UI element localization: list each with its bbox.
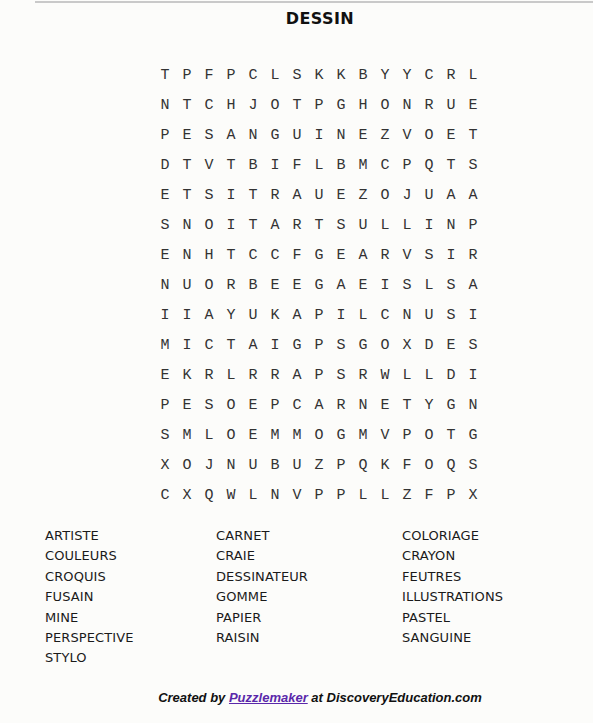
grid-cell-r10c4: T xyxy=(220,330,242,360)
grid-cell-r10c12: X xyxy=(396,330,418,360)
word-list-item: PERSPECTIVE xyxy=(45,628,133,648)
footer-suffix: at DiscoveryEducation.com xyxy=(308,690,482,705)
top-rule xyxy=(35,1,593,3)
grid-cell-r13c7: M xyxy=(286,420,308,450)
grid-cell-r7c4: T xyxy=(220,240,242,270)
grid-cell-r8c14: S xyxy=(440,270,462,300)
grid-cell-r1c1: T xyxy=(154,60,176,90)
grid-cell-r4c8: L xyxy=(308,150,330,180)
grid-cell-r4c5: B xyxy=(242,150,264,180)
grid-cell-r5c12: J xyxy=(396,180,418,210)
grid-cell-r1c14: R xyxy=(440,60,462,90)
grid-cell-r14c4: N xyxy=(220,450,242,480)
grid-cell-r7c15: R xyxy=(462,240,484,270)
grid-cell-r15c13: F xyxy=(418,480,440,510)
grid-cell-r10c1: M xyxy=(154,330,176,360)
grid-cell-r14c15: S xyxy=(462,450,484,480)
grid-cell-r8c7: E xyxy=(286,270,308,300)
grid-cell-r8c11: I xyxy=(374,270,396,300)
grid-cell-r10c11: O xyxy=(374,330,396,360)
grid-cell-r8c10: E xyxy=(352,270,374,300)
grid-cell-r14c6: B xyxy=(264,450,286,480)
word-list-item: COULEURS xyxy=(45,546,133,566)
grid-cell-r4c2: T xyxy=(176,150,198,180)
grid-cell-r3c7: U xyxy=(286,120,308,150)
grid-cell-r15c14: P xyxy=(440,480,462,510)
grid-cell-r11c13: L xyxy=(418,360,440,390)
grid-cell-r5c6: R xyxy=(264,180,286,210)
grid-cell-r1c13: C xyxy=(418,60,440,90)
grid-cell-r11c1: E xyxy=(154,360,176,390)
grid-cell-r5c8: U xyxy=(308,180,330,210)
word-list-item: ARTISTE xyxy=(45,526,133,546)
grid-cell-r5c15: A xyxy=(462,180,484,210)
grid-cell-r2c11: O xyxy=(374,90,396,120)
grid-cell-r13c14: T xyxy=(440,420,462,450)
grid-cell-r9c8: P xyxy=(308,300,330,330)
grid-cell-r14c10: Q xyxy=(352,450,374,480)
grid-cell-r4c14: T xyxy=(440,150,462,180)
grid-cell-r12c2: E xyxy=(176,390,198,420)
grid-cell-r8c2: U xyxy=(176,270,198,300)
grid-cell-r9c1: I xyxy=(154,300,176,330)
grid-cell-r5c9: E xyxy=(330,180,352,210)
grid-cell-r5c14: A xyxy=(440,180,462,210)
grid-cell-r11c14: D xyxy=(440,360,462,390)
grid-cell-r12c6: P xyxy=(264,390,286,420)
grid-cell-r9c12: N xyxy=(396,300,418,330)
grid-cell-r5c4: I xyxy=(220,180,242,210)
grid-cell-r15c15: X xyxy=(462,480,484,510)
word-list-item: FEUTRES xyxy=(402,567,503,587)
grid-cell-r14c11: K xyxy=(374,450,396,480)
grid-cell-r4c7: F xyxy=(286,150,308,180)
grid-cell-r13c9: G xyxy=(330,420,352,450)
puzzlemaker-link[interactable]: Puzzlemaker xyxy=(229,690,308,705)
grid-cell-r2c9: G xyxy=(330,90,352,120)
word-list-item: GOMME xyxy=(216,587,308,607)
grid-cell-r2c7: T xyxy=(286,90,308,120)
grid-cell-r1c3: F xyxy=(198,60,220,90)
grid-cell-r7c8: G xyxy=(308,240,330,270)
grid-cell-r8c12: S xyxy=(396,270,418,300)
grid-cell-r2c6: O xyxy=(264,90,286,120)
grid-cell-r10c14: E xyxy=(440,330,462,360)
grid-cell-r14c12: F xyxy=(396,450,418,480)
grid-cell-r13c5: E xyxy=(242,420,264,450)
grid-cell-r1c5: C xyxy=(242,60,264,90)
grid-cell-r12c5: E xyxy=(242,390,264,420)
grid-cell-r3c1: P xyxy=(154,120,176,150)
grid-cell-r5c7: A xyxy=(286,180,308,210)
grid-cell-r8c5: B xyxy=(242,270,264,300)
grid-cell-r5c5: T xyxy=(242,180,264,210)
grid-cell-r11c7: A xyxy=(286,360,308,390)
grid-cell-r1c7: S xyxy=(286,60,308,90)
grid-cell-r2c14: U xyxy=(440,90,462,120)
grid-cell-r14c2: O xyxy=(176,450,198,480)
grid-cell-r3c3: S xyxy=(198,120,220,150)
grid-cell-r4c11: C xyxy=(374,150,396,180)
grid-cell-r6c6: A xyxy=(264,210,286,240)
grid-cell-r6c3: O xyxy=(198,210,220,240)
grid-cell-r11c2: K xyxy=(176,360,198,390)
grid-cell-r4c3: V xyxy=(198,150,220,180)
grid-cell-r1c6: L xyxy=(264,60,286,90)
grid-cell-r7c7: F xyxy=(286,240,308,270)
word-list-item: CARNET xyxy=(216,526,308,546)
grid-cell-r13c13: O xyxy=(418,420,440,450)
grid-cell-r9c3: A xyxy=(198,300,220,330)
grid-cell-r6c9: S xyxy=(330,210,352,240)
grid-cell-r2c10: H xyxy=(352,90,374,120)
grid-cell-r11c3: R xyxy=(198,360,220,390)
grid-cell-r5c1: E xyxy=(154,180,176,210)
grid-cell-r13c2: M xyxy=(176,420,198,450)
grid-cell-r11c10: R xyxy=(352,360,374,390)
grid-cell-r4c6: I xyxy=(264,150,286,180)
grid-cell-r3c10: E xyxy=(352,120,374,150)
grid-cell-r11c12: L xyxy=(396,360,418,390)
grid-cell-r4c13: Q xyxy=(418,150,440,180)
grid-cell-r3c2: E xyxy=(176,120,198,150)
grid-cell-r1c11: Y xyxy=(374,60,396,90)
grid-cell-r12c11: E xyxy=(374,390,396,420)
grid-cell-r14c3: J xyxy=(198,450,220,480)
grid-cell-r14c14: Q xyxy=(440,450,462,480)
grid-cell-r9c13: U xyxy=(418,300,440,330)
grid-cell-r3c11: Z xyxy=(374,120,396,150)
grid-cell-r9c4: Y xyxy=(220,300,242,330)
grid-cell-r13c3: L xyxy=(198,420,220,450)
grid-cell-r11c8: P xyxy=(308,360,330,390)
word-list-column-2: CARNETCRAIEDESSINATEURGOMMEPAPIERRAISIN xyxy=(216,526,308,648)
grid-cell-r4c9: B xyxy=(330,150,352,180)
grid-cell-r10c9: S xyxy=(330,330,352,360)
grid-cell-r15c2: X xyxy=(176,480,198,510)
grid-cell-r2c12: N xyxy=(396,90,418,120)
grid-cell-r9c2: I xyxy=(176,300,198,330)
grid-cell-r3c13: O xyxy=(418,120,440,150)
grid-cell-r7c3: H xyxy=(198,240,220,270)
grid-cell-r3c5: N xyxy=(242,120,264,150)
grid-cell-r13c12: P xyxy=(396,420,418,450)
grid-cell-r7c9: E xyxy=(330,240,352,270)
grid-cell-r5c2: T xyxy=(176,180,198,210)
grid-cell-r13c4: O xyxy=(220,420,242,450)
word-list-item: PASTEL xyxy=(402,608,503,628)
grid-cell-r9c6: K xyxy=(264,300,286,330)
grid-cell-r8c8: G xyxy=(308,270,330,300)
word-list-item: CRAIE xyxy=(216,546,308,566)
grid-cell-r6c1: S xyxy=(154,210,176,240)
grid-cell-r14c7: U xyxy=(286,450,308,480)
footer-credit: Created by Puzzlemaker at DiscoveryEduca… xyxy=(47,690,593,706)
grid-cell-r8c13: L xyxy=(418,270,440,300)
grid-cell-r7c11: R xyxy=(374,240,396,270)
grid-cell-r7c1: E xyxy=(154,240,176,270)
grid-cell-r7c13: S xyxy=(418,240,440,270)
grid-cell-r13c10: M xyxy=(352,420,374,450)
grid-cell-r8c9: A xyxy=(330,270,352,300)
word-list-item: CROQUIS xyxy=(45,567,133,587)
grid-cell-r15c10: L xyxy=(352,480,374,510)
grid-cell-r13c8: O xyxy=(308,420,330,450)
grid-cell-r8c15: A xyxy=(462,270,484,300)
grid-cell-r2c15: E xyxy=(462,90,484,120)
grid-cell-r12c12: T xyxy=(396,390,418,420)
grid-cell-r9c15: I xyxy=(462,300,484,330)
grid-cell-r12c3: S xyxy=(198,390,220,420)
puzzle-title: DESSIN xyxy=(47,9,593,29)
grid-cell-r15c11: L xyxy=(374,480,396,510)
grid-cell-r6c4: I xyxy=(220,210,242,240)
grid-cell-r8c1: N xyxy=(154,270,176,300)
word-list-column-1: ARTISTECOULEURSCROQUISFUSAINMINEPERSPECT… xyxy=(45,526,133,669)
grid-cell-r1c4: P xyxy=(220,60,242,90)
grid-cell-r8c6: E xyxy=(264,270,286,300)
grid-cell-r6c12: L xyxy=(396,210,418,240)
word-list-item: RAISIN xyxy=(216,628,308,648)
word-list-item: DESSINATEUR xyxy=(216,567,308,587)
grid-cell-r15c4: W xyxy=(220,480,242,510)
grid-cell-r6c7: R xyxy=(286,210,308,240)
grid-cell-r4c1: D xyxy=(154,150,176,180)
grid-cell-r12c10: N xyxy=(352,390,374,420)
grid-cell-r3c4: A xyxy=(220,120,242,150)
grid-cell-r4c15: S xyxy=(462,150,484,180)
grid-cell-r2c2: T xyxy=(176,90,198,120)
grid-cell-r6c2: N xyxy=(176,210,198,240)
grid-cell-r2c8: P xyxy=(308,90,330,120)
grid-cell-r15c7: V xyxy=(286,480,308,510)
word-list-item: SANGUINE xyxy=(402,628,503,648)
grid-cell-r13c6: M xyxy=(264,420,286,450)
puzzle-page: DESSIN TPFPCLSKKBYYCRLNTCHJOTPGHONRUEPES… xyxy=(0,0,593,723)
grid-cell-r3c8: I xyxy=(308,120,330,150)
grid-cell-r1c2: P xyxy=(176,60,198,90)
grid-cell-r6c15: P xyxy=(462,210,484,240)
grid-cell-r12c8: A xyxy=(308,390,330,420)
grid-cell-r15c5: L xyxy=(242,480,264,510)
grid-cell-r9c10: L xyxy=(352,300,374,330)
grid-cell-r3c14: E xyxy=(440,120,462,150)
grid-cell-r10c6: I xyxy=(264,330,286,360)
grid-cell-r14c1: X xyxy=(154,450,176,480)
grid-cell-r13c15: G xyxy=(462,420,484,450)
grid-cell-r9c5: U xyxy=(242,300,264,330)
grid-cell-r10c8: P xyxy=(308,330,330,360)
grid-cell-r11c6: R xyxy=(264,360,286,390)
grid-cell-r5c13: U xyxy=(418,180,440,210)
grid-cell-r11c15: I xyxy=(462,360,484,390)
grid-cell-r2c13: R xyxy=(418,90,440,120)
grid-cell-r1c8: K xyxy=(308,60,330,90)
grid-cell-r7c14: I xyxy=(440,240,462,270)
grid-cell-r7c10: A xyxy=(352,240,374,270)
grid-cell-r2c1: N xyxy=(154,90,176,120)
grid-cell-r15c3: Q xyxy=(198,480,220,510)
grid-cell-r10c2: I xyxy=(176,330,198,360)
grid-cell-r12c13: Y xyxy=(418,390,440,420)
grid-cell-r14c9: P xyxy=(330,450,352,480)
grid-cell-r7c5: C xyxy=(242,240,264,270)
grid-cell-r14c8: Z xyxy=(308,450,330,480)
grid-cell-r6c5: T xyxy=(242,210,264,240)
grid-cell-r2c3: C xyxy=(198,90,220,120)
grid-cell-r10c5: A xyxy=(242,330,264,360)
grid-cell-r5c10: Z xyxy=(352,180,374,210)
grid-cell-r3c15: T xyxy=(462,120,484,150)
grid-cell-r11c4: L xyxy=(220,360,242,390)
grid-cell-r6c11: L xyxy=(374,210,396,240)
grid-cell-r4c4: T xyxy=(220,150,242,180)
grid-cell-r12c1: P xyxy=(154,390,176,420)
grid-cell-r14c13: O xyxy=(418,450,440,480)
grid-cell-r6c14: N xyxy=(440,210,462,240)
grid-cell-r5c3: S xyxy=(198,180,220,210)
grid-cell-r1c10: B xyxy=(352,60,374,90)
grid-cell-r6c10: U xyxy=(352,210,374,240)
grid-cell-r12c15: N xyxy=(462,390,484,420)
grid-cell-r15c8: P xyxy=(308,480,330,510)
grid-cell-r7c6: C xyxy=(264,240,286,270)
grid-cell-r11c9: S xyxy=(330,360,352,390)
grid-cell-r7c12: V xyxy=(396,240,418,270)
grid-cell-r6c13: I xyxy=(418,210,440,240)
grid-cell-r9c7: A xyxy=(286,300,308,330)
grid-cell-r4c10: M xyxy=(352,150,374,180)
grid-cell-r3c9: N xyxy=(330,120,352,150)
grid-cell-r9c14: S xyxy=(440,300,462,330)
word-search-grid: TPFPCLSKKBYYCRLNTCHJOTPGHONRUEPESANGUINE… xyxy=(154,60,484,510)
word-list-column-3: COLORIAGECRAYONFEUTRESILLUSTRATIONSPASTE… xyxy=(402,526,503,648)
word-list-item: CRAYON xyxy=(402,546,503,566)
grid-cell-r8c3: O xyxy=(198,270,220,300)
grid-cell-r3c6: G xyxy=(264,120,286,150)
grid-cell-r4c12: P xyxy=(396,150,418,180)
grid-cell-r13c1: S xyxy=(154,420,176,450)
grid-cell-r5c11: O xyxy=(374,180,396,210)
word-list-item: PAPIER xyxy=(216,608,308,628)
grid-cell-r9c11: C xyxy=(374,300,396,330)
grid-cell-r15c1: C xyxy=(154,480,176,510)
grid-cell-r11c11: W xyxy=(374,360,396,390)
grid-cell-r12c9: R xyxy=(330,390,352,420)
grid-cell-r7c2: N xyxy=(176,240,198,270)
word-list-item: FUSAIN xyxy=(45,587,133,607)
grid-cell-r6c8: T xyxy=(308,210,330,240)
grid-cell-r10c7: G xyxy=(286,330,308,360)
grid-cell-r2c5: J xyxy=(242,90,264,120)
grid-cell-r1c15: L xyxy=(462,60,484,90)
word-list-item: COLORIAGE xyxy=(402,526,503,546)
grid-cell-r1c12: Y xyxy=(396,60,418,90)
grid-cell-r15c6: N xyxy=(264,480,286,510)
grid-cell-r12c14: G xyxy=(440,390,462,420)
grid-cell-r12c4: O xyxy=(220,390,242,420)
grid-cell-r9c9: I xyxy=(330,300,352,330)
grid-cell-r13c11: V xyxy=(374,420,396,450)
grid-cell-r14c5: U xyxy=(242,450,264,480)
grid-cell-r8c4: R xyxy=(220,270,242,300)
grid-cell-r15c9: P xyxy=(330,480,352,510)
word-list-item: ILLUSTRATIONS xyxy=(402,587,503,607)
grid-cell-r11c5: R xyxy=(242,360,264,390)
word-list-item: STYLO xyxy=(45,648,133,668)
grid-cell-r1c9: K xyxy=(330,60,352,90)
grid-cell-r3c12: V xyxy=(396,120,418,150)
grid-cell-r10c10: G xyxy=(352,330,374,360)
grid-cell-r10c13: D xyxy=(418,330,440,360)
word-list-item: MINE xyxy=(45,608,133,628)
grid-cell-r10c3: C xyxy=(198,330,220,360)
grid-cell-r12c7: C xyxy=(286,390,308,420)
footer-prefix: Created by xyxy=(158,690,229,705)
grid-cell-r2c4: H xyxy=(220,90,242,120)
grid-cell-r10c15: S xyxy=(462,330,484,360)
grid-cell-r15c12: Z xyxy=(396,480,418,510)
